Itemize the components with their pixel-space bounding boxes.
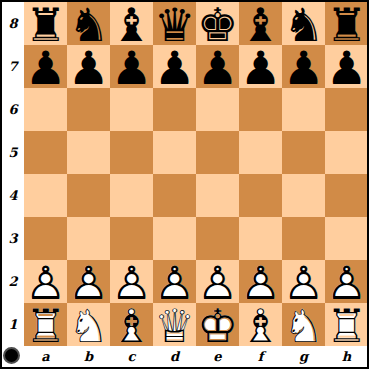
square-e4[interactable] — [196, 174, 239, 217]
piece-outline-layer: ♙ — [24, 261, 67, 304]
square-d2[interactable]: ♟♙ — [153, 260, 196, 303]
piece-outline-layer: ♙ — [325, 261, 368, 304]
square-c6[interactable] — [110, 88, 153, 131]
white-king[interactable]: ♚♔ — [196, 303, 239, 346]
file-label-d: d — [153, 346, 196, 367]
square-d3[interactable] — [153, 217, 196, 260]
file-label-a: a — [24, 346, 67, 367]
square-d5[interactable] — [153, 131, 196, 174]
piece-outline-layer: ♕ — [153, 304, 196, 347]
rank-label-4: 4 — [2, 174, 24, 217]
black-pawn[interactable]: ♟ — [110, 45, 153, 88]
square-e2[interactable]: ♟♙ — [196, 260, 239, 303]
white-pawn[interactable]: ♟♙ — [110, 260, 153, 303]
square-c4[interactable] — [110, 174, 153, 217]
rank-label-2: 2 — [2, 260, 24, 303]
rank-label-5: 5 — [2, 131, 24, 174]
square-a7[interactable]: ♟ — [24, 45, 67, 88]
square-h7[interactable]: ♟ — [325, 45, 368, 88]
square-a3[interactable] — [24, 217, 67, 260]
turn-indicator-icon — [3, 347, 20, 364]
square-f2[interactable]: ♟♙ — [239, 260, 282, 303]
rank-label-7: 7 — [2, 45, 24, 88]
square-f4[interactable] — [239, 174, 282, 217]
piece-outline-layer: ♗ — [110, 304, 153, 347]
black-pawn[interactable]: ♟ — [153, 45, 196, 88]
white-pawn[interactable]: ♟♙ — [282, 260, 325, 303]
piece-fill-layer: ♟ — [196, 46, 239, 89]
square-g1[interactable]: ♞♘ — [282, 303, 325, 346]
piece-outline-layer: ♙ — [282, 261, 325, 304]
square-b2[interactable]: ♟♙ — [67, 260, 110, 303]
piece-fill-layer: ♞ — [67, 3, 110, 46]
square-f8[interactable]: ♝ — [239, 2, 282, 45]
piece-outline-layer: ♙ — [196, 261, 239, 304]
piece-fill-layer: ♟ — [239, 46, 282, 89]
file-label-f: f — [239, 346, 282, 367]
square-d8[interactable]: ♛ — [153, 2, 196, 45]
square-a2[interactable]: ♟♙ — [24, 260, 67, 303]
black-king[interactable]: ♚ — [196, 2, 239, 45]
white-bishop[interactable]: ♝♗ — [110, 303, 153, 346]
piece-outline-layer: ♖ — [24, 304, 67, 347]
piece-fill-layer: ♚ — [196, 3, 239, 46]
black-rook[interactable]: ♜ — [24, 2, 67, 45]
square-b7[interactable]: ♟ — [67, 45, 110, 88]
square-g5[interactable] — [282, 131, 325, 174]
piece-fill-layer: ♟ — [67, 46, 110, 89]
piece-fill-layer: ♜ — [325, 3, 368, 46]
square-b5[interactable] — [67, 131, 110, 174]
piece-outline-layer: ♖ — [325, 304, 368, 347]
black-pawn[interactable]: ♟ — [325, 45, 368, 88]
square-f5[interactable] — [239, 131, 282, 174]
piece-fill-layer: ♟ — [325, 46, 368, 89]
square-g3[interactable] — [282, 217, 325, 260]
piece-fill-layer: ♛ — [153, 3, 196, 46]
white-pawn[interactable]: ♟♙ — [67, 260, 110, 303]
file-labels: abcdefgh — [24, 346, 368, 367]
square-g6[interactable] — [282, 88, 325, 131]
white-pawn[interactable]: ♟♙ — [239, 260, 282, 303]
white-knight[interactable]: ♞♘ — [282, 303, 325, 346]
black-pawn[interactable]: ♟ — [239, 45, 282, 88]
square-f1[interactable]: ♝♗ — [239, 303, 282, 346]
black-pawn[interactable]: ♟ — [67, 45, 110, 88]
square-a8[interactable]: ♜ — [24, 2, 67, 45]
piece-fill-layer: ♞ — [282, 3, 325, 46]
black-pawn[interactable]: ♟ — [282, 45, 325, 88]
piece-outline-layer: ♘ — [67, 304, 110, 347]
piece-fill-layer: ♜ — [24, 3, 67, 46]
piece-fill-layer: ♟ — [282, 46, 325, 89]
square-a5[interactable] — [24, 131, 67, 174]
black-knight[interactable]: ♞ — [282, 2, 325, 45]
square-g8[interactable]: ♞ — [282, 2, 325, 45]
white-rook[interactable]: ♜♖ — [24, 303, 67, 346]
square-b1[interactable]: ♞♘ — [67, 303, 110, 346]
square-f6[interactable] — [239, 88, 282, 131]
piece-outline-layer: ♙ — [153, 261, 196, 304]
square-h5[interactable] — [325, 131, 368, 174]
square-d4[interactable] — [153, 174, 196, 217]
piece-fill-layer: ♝ — [239, 3, 282, 46]
file-label-c: c — [110, 346, 153, 367]
square-a6[interactable] — [24, 88, 67, 131]
piece-outline-layer: ♘ — [282, 304, 325, 347]
square-h6[interactable] — [325, 88, 368, 131]
square-e3[interactable] — [196, 217, 239, 260]
square-g2[interactable]: ♟♙ — [282, 260, 325, 303]
black-pawn[interactable]: ♟ — [196, 45, 239, 88]
board: ♜♞♝♛♚♝♞♜♟♟♟♟♟♟♟♟♟♙♟♙♟♙♟♙♟♙♟♙♟♙♟♙♜♖♞♘♝♗♛♕… — [24, 2, 368, 346]
square-g7[interactable]: ♟ — [282, 45, 325, 88]
black-bishop[interactable]: ♝ — [239, 2, 282, 45]
rank-label-1: 1 — [2, 303, 24, 346]
white-rook[interactable]: ♜♖ — [325, 303, 368, 346]
piece-fill-layer: ♟ — [153, 46, 196, 89]
file-label-b: b — [67, 346, 110, 367]
square-b3[interactable] — [67, 217, 110, 260]
white-knight[interactable]: ♞♘ — [67, 303, 110, 346]
black-queen[interactable]: ♛ — [153, 2, 196, 45]
square-h2[interactable]: ♟♙ — [325, 260, 368, 303]
white-pawn[interactable]: ♟♙ — [153, 260, 196, 303]
file-label-e: e — [196, 346, 239, 367]
square-c5[interactable] — [110, 131, 153, 174]
square-c8[interactable]: ♝ — [110, 2, 153, 45]
square-d1[interactable]: ♛♕ — [153, 303, 196, 346]
black-knight[interactable]: ♞ — [67, 2, 110, 45]
square-e6[interactable] — [196, 88, 239, 131]
square-c2[interactable]: ♟♙ — [110, 260, 153, 303]
piece-outline-layer: ♙ — [110, 261, 153, 304]
square-e5[interactable] — [196, 131, 239, 174]
square-h1[interactable]: ♜♖ — [325, 303, 368, 346]
rank-label-8: 8 — [2, 2, 24, 45]
square-d7[interactable]: ♟ — [153, 45, 196, 88]
square-c3[interactable] — [110, 217, 153, 260]
square-d6[interactable] — [153, 88, 196, 131]
rank-label-6: 6 — [2, 88, 24, 131]
square-c7[interactable]: ♟ — [110, 45, 153, 88]
piece-outline-layer: ♔ — [196, 304, 239, 347]
piece-fill-layer: ♟ — [24, 46, 67, 89]
white-pawn[interactable]: ♟♙ — [24, 260, 67, 303]
rank-label-3: 3 — [2, 217, 24, 260]
square-b8[interactable]: ♞ — [67, 2, 110, 45]
chess-board-frame: 87654321 ♜♞♝♛♚♝♞♜♟♟♟♟♟♟♟♟♟♙♟♙♟♙♟♙♟♙♟♙♟♙♟… — [0, 0, 369, 369]
square-b6[interactable] — [67, 88, 110, 131]
piece-fill-layer: ♝ — [110, 3, 153, 46]
rank-labels: 87654321 — [2, 2, 24, 346]
white-pawn[interactable]: ♟♙ — [325, 260, 368, 303]
black-bishop[interactable]: ♝ — [110, 2, 153, 45]
square-e7[interactable]: ♟ — [196, 45, 239, 88]
square-h3[interactable] — [325, 217, 368, 260]
square-b4[interactable] — [67, 174, 110, 217]
piece-outline-layer: ♙ — [239, 261, 282, 304]
square-a4[interactable] — [24, 174, 67, 217]
square-a1[interactable]: ♜♖ — [24, 303, 67, 346]
white-queen[interactable]: ♛♕ — [153, 303, 196, 346]
square-f3[interactable] — [239, 217, 282, 260]
square-c1[interactable]: ♝♗ — [110, 303, 153, 346]
file-label-g: g — [282, 346, 325, 367]
square-e8[interactable]: ♚ — [196, 2, 239, 45]
file-label-h: h — [325, 346, 368, 367]
white-pawn[interactable]: ♟♙ — [196, 260, 239, 303]
square-e1[interactable]: ♚♔ — [196, 303, 239, 346]
piece-outline-layer: ♙ — [67, 261, 110, 304]
piece-fill-layer: ♟ — [110, 46, 153, 89]
black-rook[interactable]: ♜ — [325, 2, 368, 45]
white-bishop[interactable]: ♝♗ — [239, 303, 282, 346]
black-pawn[interactable]: ♟ — [24, 45, 67, 88]
square-h8[interactable]: ♜ — [325, 2, 368, 45]
square-h4[interactable] — [325, 174, 368, 217]
piece-outline-layer: ♗ — [239, 304, 282, 347]
square-g4[interactable] — [282, 174, 325, 217]
square-f7[interactable]: ♟ — [239, 45, 282, 88]
